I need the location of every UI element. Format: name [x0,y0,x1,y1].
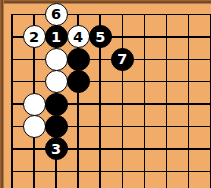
move-number-label: 1 [51,30,61,45]
stone-black-1: 1 [45,25,68,48]
grid-line-horizontal [11,148,211,150]
stone-black [67,70,90,93]
move-number-label: 4 [73,30,83,45]
stone-white-4: 4 [67,25,90,48]
stone-white-2: 2 [23,25,46,48]
move-number-label: 3 [51,142,61,157]
grid-line-horizontal [11,14,211,16]
move-number-label: 5 [95,30,105,45]
grid-line-horizontal [11,81,211,83]
move-number-label: 2 [29,30,39,45]
board-edge-left [0,0,4,188]
grid-line-vertical [188,14,190,188]
stone-white [23,93,46,116]
move-number-label: 6 [51,7,61,22]
move-number-label: 7 [117,52,127,67]
stone-white [45,70,68,93]
grid-line-vertical [166,14,168,188]
stone-white [23,115,46,138]
stone-black [45,115,68,138]
stone-white-6: 6 [45,3,68,26]
grid-line-vertical [122,14,124,188]
stone-black [45,93,68,116]
stone-black-5: 5 [89,25,112,48]
stone-black [67,48,90,71]
grid-line-vertical [210,14,211,188]
go-board: 6214573 [0,0,211,188]
grid-line-horizontal [11,171,211,173]
board-edge-top [0,0,211,4]
stone-black-7: 7 [111,48,134,71]
grid-line-vertical [11,14,13,188]
stone-white [45,48,68,71]
grid-line-vertical [144,14,146,188]
stone-black-3: 3 [45,137,68,160]
